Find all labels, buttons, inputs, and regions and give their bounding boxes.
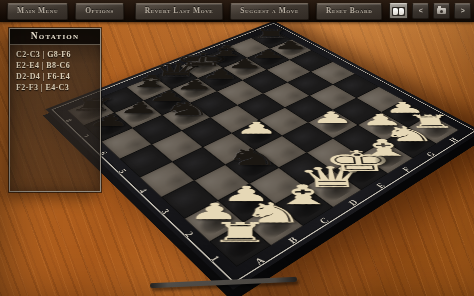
move-row: D2-D4 | F6-E4	[16, 71, 95, 82]
suggest-a-move-button[interactable]: Suggest a Move	[230, 3, 309, 20]
move-row: C2-C3 | G8-F6	[16, 49, 95, 60]
move-row: F2-F3 | E4-C3	[16, 82, 95, 93]
notation-panel: Notation C2-C3 | G8-F6 E2-E4 | B8-C6 D2-…	[9, 28, 101, 192]
prev-camera-button[interactable]: <	[412, 3, 429, 19]
square-e2[interactable]	[307, 138, 360, 170]
revert-last-move-button[interactable]: Revert Last Move	[135, 3, 223, 20]
rook-glyph: ♜	[242, 29, 302, 38]
move-row: E2-E4 | B8-C6	[16, 60, 95, 71]
square-c3[interactable]	[225, 150, 279, 184]
square-d2[interactable]	[279, 153, 333, 187]
app-window: A1B2C3D4E5F6G7H8 ♜♝♛♚♝♜♟♟♟♟♟♟♟♟♞♟♞♟♟♟♟♟♜…	[0, 0, 474, 296]
square-d3[interactable]	[254, 136, 306, 168]
main-menu-button[interactable]: Main Menu	[7, 3, 68, 20]
square-b3[interactable]	[194, 165, 249, 201]
camera-view-button[interactable]	[433, 3, 450, 19]
options-button[interactable]: Options	[75, 3, 124, 20]
chess-board: A1B2C3D4E5F6G7H8 ♜♝♛♚♝♜♟♟♟♟♟♟♟♟♞♟♞♟♟♟♟♟♜…	[46, 21, 474, 290]
next-camera-button[interactable]: >	[454, 3, 471, 19]
camera-icon	[437, 8, 446, 14]
open-book-icon	[392, 7, 405, 16]
view-controls: < > 3D ♟	[389, 3, 474, 19]
knight-glyph: ♞	[151, 102, 224, 117]
notation-title: Notation	[10, 29, 100, 45]
square-b5[interactable]	[152, 131, 203, 162]
move-list: C2-C3 | G8-F6 E2-E4 | B8-C6 D2-D4 | F6-E…	[10, 45, 100, 93]
right-arrow-icon: >	[461, 5, 465, 17]
left-arrow-icon: <	[419, 5, 423, 17]
square-c2[interactable]	[249, 168, 305, 204]
reset-board-button[interactable]: Reset Board	[316, 3, 382, 20]
top-menu-bar: Main Menu Options Revert Last Move Sugge…	[0, 0, 474, 22]
notation-book-button[interactable]	[389, 3, 408, 19]
